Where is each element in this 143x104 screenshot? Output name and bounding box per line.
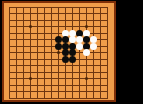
side-panel: 初級 嵐月 第1局 0 勝 0 敗 — [116, 0, 143, 104]
grid-line — [9, 98, 108, 99]
stone-black — [55, 36, 62, 43]
grid-line — [100, 7, 101, 99]
stone-white — [69, 36, 76, 43]
stone-white — [90, 36, 97, 43]
stone-black — [69, 49, 76, 56]
stone-white — [90, 43, 97, 50]
star-point — [85, 25, 88, 28]
stone-black — [83, 36, 90, 43]
stone-black — [62, 49, 69, 56]
stone-black — [62, 56, 69, 63]
grid-line — [9, 85, 108, 86]
star-point — [57, 51, 60, 54]
star-point — [85, 77, 88, 80]
star-point — [29, 25, 32, 28]
game-screen: 初級 嵐月 第1局 0 勝 0 敗 — [0, 0, 143, 104]
stone-white — [76, 43, 83, 50]
grid-line — [9, 91, 108, 92]
stone-black — [55, 43, 62, 50]
stone-black — [69, 56, 76, 63]
grid-line — [107, 7, 108, 99]
go-board[interactable] — [2, 1, 116, 102]
star-point — [29, 77, 32, 80]
stone-white — [76, 36, 83, 43]
stone-black — [62, 36, 69, 43]
stone-white — [83, 49, 90, 56]
